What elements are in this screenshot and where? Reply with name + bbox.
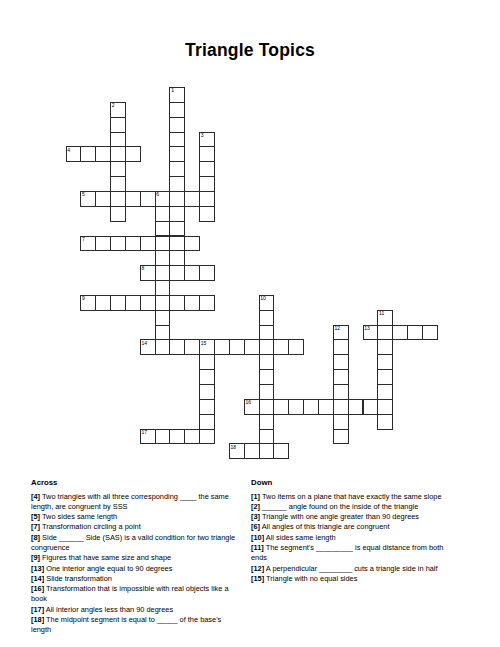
clue-down-6: [6] All angles of this triangle are cong… <box>251 522 458 532</box>
cell-r14-c8[interactable] <box>184 295 200 311</box>
cell-r17-c11[interactable] <box>229 339 245 355</box>
cell-r2-c7[interactable] <box>169 117 185 133</box>
cell-r4-c4[interactable] <box>125 146 141 162</box>
cell-r20-c13[interactable] <box>259 384 275 400</box>
cell-r7-c7[interactable] <box>169 191 185 207</box>
cell-r5-c7[interactable] <box>169 161 185 177</box>
cell-r17-c12[interactable] <box>244 339 260 355</box>
clue-across-8: [8] Side ______ Side (SAS) is a valid co… <box>31 533 238 554</box>
cell-r19-c9[interactable] <box>199 369 215 385</box>
clue-number: [13] <box>31 564 44 573</box>
cell-r17-c15[interactable] <box>288 339 304 355</box>
cell-r10-c7[interactable] <box>169 236 185 252</box>
cell-r8-c7[interactable] <box>169 206 185 222</box>
cell-r23-c13[interactable] <box>259 429 275 445</box>
clue-down-2: [2] ______ angle found on the inside of … <box>251 502 458 512</box>
cell-r4-c2[interactable] <box>95 146 111 162</box>
cell-r19-c18[interactable] <box>333 369 349 385</box>
cell-r16-c23[interactable] <box>407 325 423 341</box>
cell-r21-c16[interactable] <box>303 399 319 415</box>
cell-number-1: 1 <box>171 88 174 93</box>
cell-r12-c6[interactable] <box>155 265 171 281</box>
cell-r14-c7[interactable] <box>169 295 185 311</box>
cell-r4-c3[interactable] <box>110 146 126 162</box>
cell-r20-c21[interactable] <box>377 384 393 400</box>
cell-r6-c7[interactable] <box>169 176 185 192</box>
cell-r1-c7[interactable] <box>169 102 185 118</box>
cell-r5-c9[interactable] <box>199 161 215 177</box>
cell-r22-c9[interactable] <box>199 414 215 430</box>
cell-number-3: 3 <box>201 133 204 138</box>
cell-r8-c9[interactable] <box>199 206 215 222</box>
cell-number-14: 14 <box>141 341 147 346</box>
cell-r14-c2[interactable] <box>95 295 111 311</box>
cell-number-8: 8 <box>141 266 144 271</box>
clue-down-1: [1] Two items on a plane that have exact… <box>251 492 458 502</box>
cell-r21-c21[interactable] <box>377 399 393 415</box>
cell-r22-c18[interactable] <box>333 414 349 430</box>
cell-r23-c9[interactable] <box>199 429 215 445</box>
cell-r10-c5[interactable] <box>140 236 156 252</box>
cell-r16-c13[interactable] <box>259 325 275 341</box>
clue-number: [12] <box>251 564 264 573</box>
cell-r17-c14[interactable] <box>273 339 289 355</box>
cell-r10-c3[interactable] <box>110 236 126 252</box>
clue-number: [7] <box>31 522 40 531</box>
cell-r21-c18[interactable] <box>333 399 349 415</box>
cell-r21-c14[interactable] <box>273 399 289 415</box>
cell-number-12: 12 <box>335 326 341 331</box>
crossword-worksheet: Triangle Topics 123456789101112131415161… <box>0 0 500 647</box>
clue-number: [5] <box>31 512 40 521</box>
clue-down-15: [15] Triangle with no equal sides <box>251 574 458 584</box>
clue-across-9: [9] Figures that have same size and shap… <box>31 553 238 563</box>
down-clue-list: [1] Two items on a plane that have exact… <box>251 492 458 585</box>
cell-r22-c13[interactable] <box>259 414 275 430</box>
clue-number: [17] <box>31 605 44 614</box>
cell-r23-c7[interactable] <box>169 429 185 445</box>
clue-down-3: [3] Triangle with one angle greater than… <box>251 512 458 522</box>
cell-r9-c6[interactable] <box>155 221 171 237</box>
cell-r19-c13[interactable] <box>259 369 275 385</box>
cell-r8-c3[interactable] <box>110 206 126 222</box>
cell-number-2: 2 <box>112 103 115 108</box>
cell-r14-c6[interactable] <box>155 295 171 311</box>
cell-r7-c8[interactable] <box>184 191 200 207</box>
cell-number-4: 4 <box>67 148 70 153</box>
cell-r21-c15[interactable] <box>288 399 304 415</box>
clue-number: [10] <box>251 533 264 542</box>
cell-r21-c20[interactable] <box>363 399 379 415</box>
cell-r23-c8[interactable] <box>184 429 200 445</box>
cell-r22-c21[interactable] <box>377 414 393 430</box>
cell-r17-c7[interactable] <box>169 339 185 355</box>
clue-across-7: [7] Transformation circling a point <box>31 522 238 532</box>
cell-number-16: 16 <box>245 400 251 405</box>
across-clues-section: Across [4] Two triangles with all three … <box>31 478 238 636</box>
cell-r7-c9[interactable] <box>199 191 215 207</box>
cell-r6-c9[interactable] <box>199 176 215 192</box>
cell-r4-c1[interactable] <box>80 146 96 162</box>
cell-number-13: 13 <box>364 326 370 331</box>
cell-r16-c21[interactable] <box>377 325 393 341</box>
cell-r6-c3[interactable] <box>110 176 126 192</box>
cell-r11-c6[interactable] <box>155 250 171 266</box>
cell-r17-c10[interactable] <box>214 339 230 355</box>
clue-across-13: [13] One interior angle equal to 90 degr… <box>31 564 238 574</box>
cell-r20-c18[interactable] <box>333 384 349 400</box>
cell-r18-c21[interactable] <box>377 354 393 370</box>
cell-r4-c7[interactable] <box>169 146 185 162</box>
cell-r14-c3[interactable] <box>110 295 126 311</box>
cell-r16-c6[interactable] <box>155 325 171 341</box>
cell-r21-c19[interactable] <box>348 399 364 415</box>
clue-number: [1] <box>251 492 260 501</box>
cell-r4-c9[interactable] <box>199 146 215 162</box>
clue-number: [18] <box>31 615 44 624</box>
cell-r21-c17[interactable] <box>318 399 334 415</box>
clue-number: [3] <box>251 512 260 521</box>
across-header: Across <box>31 478 238 488</box>
clue-number: [16] <box>31 584 44 593</box>
cell-r5-c3[interactable] <box>110 161 126 177</box>
cell-r23-c6[interactable] <box>155 429 171 445</box>
cell-r9-c7[interactable] <box>169 221 185 237</box>
cell-number-6: 6 <box>156 192 159 197</box>
cell-r7-c5[interactable] <box>140 191 156 207</box>
cell-r18-c9[interactable] <box>199 354 215 370</box>
clue-number: [9] <box>31 553 40 562</box>
cell-r16-c24[interactable] <box>422 325 438 341</box>
cell-r10-c2[interactable] <box>95 236 111 252</box>
cell-r7-c4[interactable] <box>125 191 141 207</box>
cell-r17-c6[interactable] <box>155 339 171 355</box>
cell-r10-c4[interactable] <box>125 236 141 252</box>
cell-r14-c9[interactable] <box>199 295 215 311</box>
cell-number-18: 18 <box>231 445 237 450</box>
cell-r2-c3[interactable] <box>110 117 126 133</box>
cell-r13-c6[interactable] <box>155 280 171 296</box>
clue-number: [4] <box>31 492 40 501</box>
cell-r21-c9[interactable] <box>199 399 215 415</box>
clue-number: [8] <box>31 533 40 542</box>
crossword-grid: 123456789101112131415161718 <box>66 87 439 460</box>
clue-down-10: [10] All sides same length <box>251 533 458 543</box>
cell-r18-c13[interactable] <box>259 354 275 370</box>
cell-r21-c13[interactable] <box>259 399 275 415</box>
cell-r10-c8[interactable] <box>184 236 200 252</box>
clue-across-17: [17] All interior angles less than 90 de… <box>31 605 238 615</box>
cell-r15-c13[interactable] <box>259 310 275 326</box>
across-clue-list: [4] Two triangles with all three corresp… <box>31 492 238 636</box>
cell-r15-c6[interactable] <box>155 310 171 326</box>
cell-r12-c7[interactable] <box>169 265 185 281</box>
cell-number-10: 10 <box>260 296 266 301</box>
cell-number-15: 15 <box>201 341 207 346</box>
cell-r12-c9[interactable] <box>199 265 215 281</box>
cell-r20-c9[interactable] <box>199 384 215 400</box>
cell-number-5: 5 <box>82 192 85 197</box>
cell-r17-c21[interactable] <box>377 339 393 355</box>
cell-r16-c22[interactable] <box>392 325 408 341</box>
cell-r7-c3[interactable] <box>110 191 126 207</box>
cell-r10-c6[interactable] <box>155 236 171 252</box>
clue-across-14: [14] Slide transformation <box>31 574 238 584</box>
cell-r3-c3[interactable] <box>110 132 126 148</box>
clue-across-4: [4] Two triangles with all three corresp… <box>31 492 238 513</box>
cell-r24-c12[interactable] <box>244 443 260 459</box>
cell-r17-c18[interactable] <box>333 339 349 355</box>
down-header: Down <box>251 478 458 488</box>
cell-r14-c5[interactable] <box>140 295 156 311</box>
cell-r18-c18[interactable] <box>333 354 349 370</box>
clue-number: [14] <box>31 574 44 583</box>
clue-down-12: [12] A perpendicular ________ cuts a tri… <box>251 564 458 574</box>
puzzle-title: Triangle Topics <box>0 40 500 60</box>
cell-r19-c21[interactable] <box>377 369 393 385</box>
cell-r12-c8[interactable] <box>184 265 200 281</box>
cell-number-9: 9 <box>82 296 85 301</box>
clue-number: [2] <box>251 502 260 511</box>
cell-r23-c18[interactable] <box>333 429 349 445</box>
cell-r24-c13[interactable] <box>259 443 275 459</box>
cell-r8-c6[interactable] <box>155 206 171 222</box>
clue-across-18: [18] The midpoint segment is equal to __… <box>31 615 238 636</box>
cell-r17-c13[interactable] <box>259 339 275 355</box>
cell-r14-c4[interactable] <box>125 295 141 311</box>
clue-number: [6] <box>251 522 260 531</box>
cell-r7-c2[interactable] <box>95 191 111 207</box>
clue-number: [15] <box>251 574 264 583</box>
down-clues-section: Down [1] Two items on a plane that have … <box>251 478 458 584</box>
cell-r17-c8[interactable] <box>184 339 200 355</box>
clue-number: [11] <box>251 543 264 552</box>
clue-across-16: [16] Transformation that is impossible w… <box>31 584 238 605</box>
cell-number-7: 7 <box>82 237 85 242</box>
cell-number-17: 17 <box>141 430 147 435</box>
clue-down-11: [11] The segment's _________ is equal di… <box>251 543 458 564</box>
cell-r24-c14[interactable] <box>273 443 289 459</box>
cell-number-11: 11 <box>379 311 384 316</box>
clue-across-5: [5] Two sides same length <box>31 512 238 522</box>
cell-r3-c7[interactable] <box>169 132 185 148</box>
cell-r11-c7[interactable] <box>169 250 185 266</box>
